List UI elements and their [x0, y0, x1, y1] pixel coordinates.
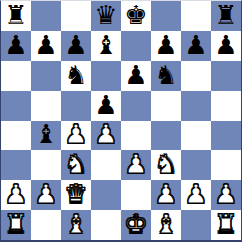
square-a1[interactable]: ♜: [1, 210, 31, 240]
piece-black-knight[interactable]: ♞: [64, 62, 87, 88]
square-a6[interactable]: [1, 61, 31, 91]
square-c3[interactable]: ♞: [61, 150, 91, 180]
square-a4[interactable]: [1, 121, 31, 151]
piece-white-pawn[interactable]: ♟: [64, 121, 87, 147]
square-e5[interactable]: [121, 91, 151, 121]
piece-white-knight[interactable]: ♞: [64, 151, 87, 177]
square-e3[interactable]: ♟: [121, 150, 151, 180]
chess-board-widget: ♜♛♚♜♟♟♟♝♟♟♟♞♟♞♟♝♟♟♞♟♞♟♟♛♟♟♟♜♝♚♝♜: [0, 0, 242, 242]
square-g7[interactable]: ♟: [181, 31, 211, 61]
square-h1[interactable]: ♜: [211, 210, 241, 240]
square-d8[interactable]: ♛: [91, 1, 121, 31]
piece-white-knight[interactable]: ♞: [154, 151, 177, 177]
square-h7[interactable]: ♟: [211, 31, 241, 61]
piece-white-queen[interactable]: ♛: [64, 181, 87, 207]
piece-black-pawn[interactable]: ♟: [124, 62, 147, 88]
square-b6[interactable]: [31, 61, 61, 91]
square-h3[interactable]: [211, 150, 241, 180]
square-f5[interactable]: [151, 91, 181, 121]
square-e1[interactable]: ♚: [121, 210, 151, 240]
square-g8[interactable]: [181, 1, 211, 31]
square-b7[interactable]: ♟: [31, 31, 61, 61]
square-h6[interactable]: [211, 61, 241, 91]
square-b5[interactable]: [31, 91, 61, 121]
piece-black-queen[interactable]: ♛: [94, 2, 117, 28]
square-g6[interactable]: [181, 61, 211, 91]
piece-black-bishop[interactable]: ♝: [94, 32, 117, 58]
square-b2[interactable]: ♟: [31, 180, 61, 210]
square-h5[interactable]: [211, 91, 241, 121]
piece-black-rook[interactable]: ♜: [214, 2, 237, 28]
piece-white-pawn[interactable]: ♟: [124, 151, 147, 177]
piece-black-pawn[interactable]: ♟: [4, 32, 27, 58]
chess-board: ♜♛♚♜♟♟♟♝♟♟♟♞♟♞♟♝♟♟♞♟♞♟♟♛♟♟♟♜♝♚♝♜: [0, 0, 242, 242]
square-e7[interactable]: [121, 31, 151, 61]
piece-white-pawn[interactable]: ♟: [34, 181, 57, 207]
square-e6[interactable]: ♟: [121, 61, 151, 91]
piece-white-pawn[interactable]: ♟: [94, 121, 117, 147]
square-c7[interactable]: ♟: [61, 31, 91, 61]
square-f6[interactable]: ♞: [151, 61, 181, 91]
square-e2[interactable]: [121, 180, 151, 210]
piece-black-king[interactable]: ♚: [124, 2, 147, 28]
square-g1[interactable]: [181, 210, 211, 240]
piece-white-bishop[interactable]: ♝: [154, 211, 177, 237]
square-c8[interactable]: [61, 1, 91, 31]
square-f2[interactable]: ♟: [151, 180, 181, 210]
piece-black-knight[interactable]: ♞: [154, 62, 177, 88]
square-b8[interactable]: [31, 1, 61, 31]
square-b1[interactable]: [31, 210, 61, 240]
square-d2[interactable]: [91, 180, 121, 210]
square-c1[interactable]: ♝: [61, 210, 91, 240]
square-b4[interactable]: ♝: [31, 121, 61, 151]
square-g3[interactable]: [181, 150, 211, 180]
square-f3[interactable]: ♞: [151, 150, 181, 180]
square-a2[interactable]: ♟: [1, 180, 31, 210]
square-h8[interactable]: ♜: [211, 1, 241, 31]
piece-white-bishop[interactable]: ♝: [64, 211, 87, 237]
piece-black-pawn[interactable]: ♟: [154, 32, 177, 58]
square-f8[interactable]: [151, 1, 181, 31]
square-f4[interactable]: [151, 121, 181, 151]
square-a3[interactable]: [1, 150, 31, 180]
piece-white-pawn[interactable]: ♟: [4, 181, 27, 207]
square-c4[interactable]: ♟: [61, 121, 91, 151]
square-f7[interactable]: ♟: [151, 31, 181, 61]
square-e4[interactable]: [121, 121, 151, 151]
piece-white-pawn[interactable]: ♟: [214, 181, 237, 207]
square-d5[interactable]: ♟: [91, 91, 121, 121]
piece-black-pawn[interactable]: ♟: [64, 32, 87, 58]
square-c6[interactable]: ♞: [61, 61, 91, 91]
square-c2[interactable]: ♛: [61, 180, 91, 210]
piece-white-rook[interactable]: ♜: [4, 211, 27, 237]
square-d6[interactable]: [91, 61, 121, 91]
square-d3[interactable]: [91, 150, 121, 180]
square-g4[interactable]: [181, 121, 211, 151]
square-c5[interactable]: [61, 91, 91, 121]
piece-black-pawn[interactable]: ♟: [214, 32, 237, 58]
square-a5[interactable]: [1, 91, 31, 121]
square-d7[interactable]: ♝: [91, 31, 121, 61]
piece-black-bishop[interactable]: ♝: [34, 121, 57, 147]
square-h2[interactable]: ♟: [211, 180, 241, 210]
piece-white-pawn[interactable]: ♟: [154, 181, 177, 207]
piece-white-rook[interactable]: ♜: [214, 211, 237, 237]
square-a8[interactable]: ♜: [1, 1, 31, 31]
square-g5[interactable]: [181, 91, 211, 121]
piece-black-pawn[interactable]: ♟: [94, 92, 117, 118]
square-b3[interactable]: [31, 150, 61, 180]
piece-black-pawn[interactable]: ♟: [34, 32, 57, 58]
square-f1[interactable]: ♝: [151, 210, 181, 240]
square-h4[interactable]: [211, 121, 241, 151]
square-a7[interactable]: ♟: [1, 31, 31, 61]
square-d4[interactable]: ♟: [91, 121, 121, 151]
square-g2[interactable]: ♟: [181, 180, 211, 210]
piece-white-pawn[interactable]: ♟: [184, 181, 207, 207]
piece-white-king[interactable]: ♚: [124, 211, 147, 237]
piece-black-pawn[interactable]: ♟: [184, 32, 207, 58]
square-e8[interactable]: ♚: [121, 1, 151, 31]
square-d1[interactable]: [91, 210, 121, 240]
piece-black-rook[interactable]: ♜: [4, 2, 27, 28]
